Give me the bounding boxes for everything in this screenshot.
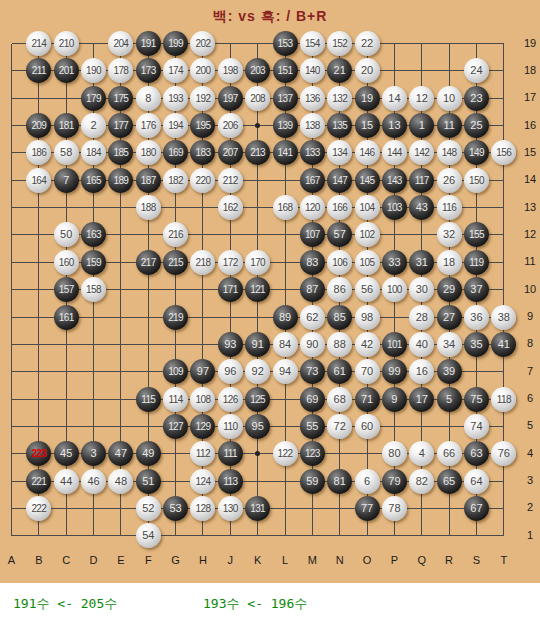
- stone-R9: 27: [437, 305, 462, 330]
- ko-notes-bar: 191수 <- 205수 193수 <- 196수: [0, 592, 540, 616]
- stone-E3: 48: [108, 469, 133, 494]
- stone-D16: 2: [81, 113, 106, 138]
- row-label-4: 4: [521, 447, 539, 459]
- stone-P10: 100: [382, 277, 407, 302]
- col-label-L: L: [277, 554, 293, 566]
- stone-D14: 165: [81, 168, 106, 193]
- stone-Q6: 17: [409, 387, 434, 412]
- stone-M12: 107: [300, 222, 325, 247]
- star-point: [255, 123, 260, 128]
- stone-H19: 202: [190, 31, 215, 56]
- stone-N19: 152: [327, 31, 352, 56]
- stone-R14: 26: [437, 168, 462, 193]
- stone-K15: 213: [245, 140, 270, 165]
- stone-Q3: 82: [409, 469, 434, 494]
- stone-J15: 207: [218, 140, 243, 165]
- stone-B15: 186: [26, 140, 51, 165]
- row-label-2: 2: [521, 501, 539, 513]
- stone-L13: 168: [273, 195, 298, 220]
- stone-S3: 64: [464, 469, 489, 494]
- stone-L7: 94: [273, 359, 298, 384]
- row-label-19: 19: [521, 37, 539, 49]
- col-label-K: K: [250, 554, 266, 566]
- stone-P4: 80: [382, 441, 407, 466]
- stone-J6: 126: [218, 387, 243, 412]
- stone-G6: 114: [163, 387, 188, 412]
- stone-N13: 166: [327, 195, 352, 220]
- stone-C11: 160: [54, 250, 79, 275]
- col-label-T: T: [496, 554, 512, 566]
- stone-J2: 130: [218, 496, 243, 521]
- stone-L18: 151: [273, 58, 298, 83]
- stone-S18: 24: [464, 58, 489, 83]
- row-label-5: 5: [521, 419, 539, 431]
- stone-S8: 35: [464, 332, 489, 357]
- stone-L19: 153: [273, 31, 298, 56]
- stone-G2: 53: [163, 496, 188, 521]
- col-label-Q: Q: [414, 554, 430, 566]
- stone-S6: 75: [464, 387, 489, 412]
- stone-H6: 108: [190, 387, 215, 412]
- stone-H7: 97: [190, 359, 215, 384]
- row-label-3: 3: [521, 474, 539, 486]
- stone-F3: 51: [136, 469, 161, 494]
- stone-S10: 37: [464, 277, 489, 302]
- col-label-M: M: [304, 554, 320, 566]
- stone-E18: 178: [108, 58, 133, 83]
- stone-R3: 65: [437, 469, 462, 494]
- stone-N7: 61: [327, 359, 352, 384]
- stone-H11: 218: [190, 250, 215, 275]
- stone-R6: 5: [437, 387, 462, 412]
- stone-N14: 147: [327, 168, 352, 193]
- col-label-P: P: [386, 554, 402, 566]
- stone-K10: 121: [245, 277, 270, 302]
- col-label-D: D: [86, 554, 102, 566]
- row-label-6: 6: [521, 392, 539, 404]
- stone-G19: 199: [163, 31, 188, 56]
- stone-R13: 116: [437, 195, 462, 220]
- stone-D17: 179: [81, 86, 106, 111]
- stone-M8: 90: [300, 332, 325, 357]
- stone-H4: 112: [190, 441, 215, 466]
- stone-O10: 56: [355, 277, 380, 302]
- stone-N15: 134: [327, 140, 352, 165]
- row-label-7: 7: [521, 365, 539, 377]
- stone-F19: 191: [136, 31, 161, 56]
- stone-J11: 172: [218, 250, 243, 275]
- row-label-10: 10: [521, 283, 539, 295]
- stone-S12: 155: [464, 222, 489, 247]
- stone-N5: 72: [327, 414, 352, 439]
- stone-E16: 177: [108, 113, 133, 138]
- stone-N16: 135: [327, 113, 352, 138]
- stone-R4: 66: [437, 441, 462, 466]
- stone-C3: 44: [54, 469, 79, 494]
- stone-T8: 41: [491, 332, 516, 357]
- stone-M5: 55: [300, 414, 325, 439]
- go-kifu-window: 백: vs 흑: / B+R ABCDEFGHJKLMNOPQRST191817…: [0, 0, 540, 621]
- stone-Q15: 142: [409, 140, 434, 165]
- stone-E14: 189: [108, 168, 133, 193]
- stone-M16: 138: [300, 113, 325, 138]
- stone-L8: 84: [273, 332, 298, 357]
- stone-F6: 115: [136, 387, 161, 412]
- stone-J7: 96: [218, 359, 243, 384]
- stone-K2: 131: [245, 496, 270, 521]
- stone-E4: 47: [108, 441, 133, 466]
- stone-C19: 210: [54, 31, 79, 56]
- stone-N17: 132: [327, 86, 352, 111]
- stone-P6: 9: [382, 387, 407, 412]
- stone-S5: 74: [464, 414, 489, 439]
- stone-D11: 159: [81, 250, 106, 275]
- stone-E17: 175: [108, 86, 133, 111]
- stone-J14: 212: [218, 168, 243, 193]
- stone-H17: 192: [190, 86, 215, 111]
- stone-F14: 187: [136, 168, 161, 193]
- stone-J5: 110: [218, 414, 243, 439]
- stone-R11: 18: [437, 250, 462, 275]
- stone-O6: 71: [355, 387, 380, 412]
- stone-S2: 67: [464, 496, 489, 521]
- stone-N9: 85: [327, 305, 352, 330]
- stone-D18: 190: [81, 58, 106, 83]
- stone-C4: 45: [54, 441, 79, 466]
- stone-Q4: 4: [409, 441, 434, 466]
- stone-E15: 185: [108, 140, 133, 165]
- stone-L4: 122: [273, 441, 298, 466]
- stone-O5: 60: [355, 414, 380, 439]
- stone-L16: 139: [273, 113, 298, 138]
- row-label-11: 11: [521, 255, 539, 267]
- stone-Q17: 12: [409, 86, 434, 111]
- row-label-13: 13: [521, 201, 539, 213]
- stone-H15: 183: [190, 140, 215, 165]
- stone-N6: 68: [327, 387, 352, 412]
- stone-G9: 219: [163, 305, 188, 330]
- stone-T9: 38: [491, 305, 516, 330]
- stone-T6: 118: [491, 387, 516, 412]
- row-label-15: 15: [521, 146, 539, 158]
- stone-C18: 201: [54, 58, 79, 83]
- stone-R12: 32: [437, 222, 462, 247]
- stone-M13: 120: [300, 195, 325, 220]
- stone-P11: 33: [382, 250, 407, 275]
- stone-H3: 124: [190, 469, 215, 494]
- stone-M15: 133: [300, 140, 325, 165]
- stone-P7: 99: [382, 359, 407, 384]
- stone-D12: 163: [81, 222, 106, 247]
- col-label-J: J: [222, 554, 238, 566]
- stone-F15: 180: [136, 140, 161, 165]
- stone-P3: 79: [382, 469, 407, 494]
- stone-G11: 215: [163, 250, 188, 275]
- stone-G7: 109: [163, 359, 188, 384]
- row-label-14: 14: [521, 173, 539, 185]
- stone-C16: 181: [54, 113, 79, 138]
- stone-P13: 103: [382, 195, 407, 220]
- col-label-F: F: [140, 554, 156, 566]
- col-label-C: C: [58, 554, 74, 566]
- star-point: [255, 451, 260, 456]
- grid-line-horizontal: [12, 535, 504, 536]
- stone-N3: 81: [327, 469, 352, 494]
- stone-M7: 73: [300, 359, 325, 384]
- stone-G14: 182: [163, 168, 188, 193]
- stone-R15: 148: [437, 140, 462, 165]
- stone-M3: 59: [300, 469, 325, 494]
- stone-K8: 91: [245, 332, 270, 357]
- stone-P8: 101: [382, 332, 407, 357]
- stone-B14: 164: [26, 168, 51, 193]
- stone-B19: 214: [26, 31, 51, 56]
- stone-G18: 174: [163, 58, 188, 83]
- stone-C10: 157: [54, 277, 79, 302]
- row-label-9: 9: [521, 310, 539, 322]
- stone-F11: 217: [136, 250, 161, 275]
- stone-R17: 10: [437, 86, 462, 111]
- stone-S17: 23: [464, 86, 489, 111]
- stone-O15: 146: [355, 140, 380, 165]
- stone-F4: 49: [136, 441, 161, 466]
- stone-H16: 195: [190, 113, 215, 138]
- stone-F18: 173: [136, 58, 161, 83]
- stone-S4: 63: [464, 441, 489, 466]
- stone-J17: 197: [218, 86, 243, 111]
- stone-S9: 36: [464, 305, 489, 330]
- stone-F2: 52: [136, 496, 161, 521]
- stone-J13: 162: [218, 195, 243, 220]
- row-label-16: 16: [521, 119, 539, 131]
- stone-H18: 200: [190, 58, 215, 83]
- stone-S14: 150: [464, 168, 489, 193]
- stone-F17: 8: [136, 86, 161, 111]
- stone-M17: 136: [300, 86, 325, 111]
- col-label-E: E: [113, 554, 129, 566]
- stone-S11: 119: [464, 250, 489, 275]
- ko-note-2: 193수 <- 196수: [203, 595, 307, 613]
- stone-H5: 129: [190, 414, 215, 439]
- stone-R7: 39: [437, 359, 462, 384]
- stone-P14: 143: [382, 168, 407, 193]
- stone-O2: 77: [355, 496, 380, 521]
- stone-D10: 158: [81, 277, 106, 302]
- stone-E19: 204: [108, 31, 133, 56]
- stone-R8: 34: [437, 332, 462, 357]
- stone-M10: 87: [300, 277, 325, 302]
- stone-J10: 171: [218, 277, 243, 302]
- stone-K17: 208: [245, 86, 270, 111]
- stone-O14: 145: [355, 168, 380, 193]
- stone-P17: 14: [382, 86, 407, 111]
- stone-O11: 105: [355, 250, 380, 275]
- stone-Q10: 30: [409, 277, 434, 302]
- stone-O16: 15: [355, 113, 380, 138]
- stone-B3: 221: [26, 469, 51, 494]
- stone-Q16: 1: [409, 113, 434, 138]
- stone-O13: 104: [355, 195, 380, 220]
- stone-H14: 220: [190, 168, 215, 193]
- stone-G16: 194: [163, 113, 188, 138]
- stone-P16: 13: [382, 113, 407, 138]
- stone-C15: 58: [54, 140, 79, 165]
- row-label-18: 18: [521, 64, 539, 76]
- stone-F16: 176: [136, 113, 161, 138]
- stone-F13: 188: [136, 195, 161, 220]
- stone-K7: 92: [245, 359, 270, 384]
- row-label-8: 8: [521, 337, 539, 349]
- stone-M6: 69: [300, 387, 325, 412]
- row-label-1: 1: [521, 529, 539, 541]
- col-label-R: R: [441, 554, 457, 566]
- stone-Q14: 117: [409, 168, 434, 193]
- stone-Q9: 28: [409, 305, 434, 330]
- stone-F1: 54: [136, 523, 161, 548]
- stone-L9: 89: [273, 305, 298, 330]
- stone-K6: 125: [245, 387, 270, 412]
- stone-O17: 19: [355, 86, 380, 111]
- stone-J16: 206: [218, 113, 243, 138]
- stone-L17: 137: [273, 86, 298, 111]
- stone-J18: 198: [218, 58, 243, 83]
- col-label-A: A: [4, 554, 20, 566]
- col-label-G: G: [168, 554, 184, 566]
- stone-O3: 6: [355, 469, 380, 494]
- game-title: 백: vs 흑: / B+R: [0, 8, 540, 26]
- stone-Q13: 43: [409, 195, 434, 220]
- stone-T15: 156: [491, 140, 516, 165]
- col-label-N: N: [332, 554, 348, 566]
- col-label-O: O: [359, 554, 375, 566]
- stone-O19: 22: [355, 31, 380, 56]
- stone-Q11: 31: [409, 250, 434, 275]
- stone-O9: 98: [355, 305, 380, 330]
- stone-C14: 7: [54, 168, 79, 193]
- stone-B18: 211: [26, 58, 51, 83]
- stone-N8: 88: [327, 332, 352, 357]
- stone-N18: 21: [327, 58, 352, 83]
- stone-M14: 167: [300, 168, 325, 193]
- stone-M19: 154: [300, 31, 325, 56]
- stone-G15: 169: [163, 140, 188, 165]
- stone-G12: 216: [163, 222, 188, 247]
- go-board[interactable]: 백: vs 흑: / B+R ABCDEFGHJKLMNOPQRST191817…: [0, 0, 540, 583]
- stone-Q8: 40: [409, 332, 434, 357]
- stone-J4: 111: [218, 441, 243, 466]
- stone-Q7: 16: [409, 359, 434, 384]
- stone-N10: 86: [327, 277, 352, 302]
- stone-D15: 184: [81, 140, 106, 165]
- stone-S16: 25: [464, 113, 489, 138]
- stone-B16: 209: [26, 113, 51, 138]
- col-label-H: H: [195, 554, 211, 566]
- stone-C9: 161: [54, 305, 79, 330]
- stone-K11: 170: [245, 250, 270, 275]
- col-label-B: B: [31, 554, 47, 566]
- row-label-12: 12: [521, 228, 539, 240]
- stone-R16: 11: [437, 113, 462, 138]
- stone-O12: 102: [355, 222, 380, 247]
- stone-M11: 83: [300, 250, 325, 275]
- stone-D3: 46: [81, 469, 106, 494]
- stone-P2: 78: [382, 496, 407, 521]
- stone-N11: 106: [327, 250, 352, 275]
- stone-J8: 93: [218, 332, 243, 357]
- stone-O18: 20: [355, 58, 380, 83]
- stone-H2: 128: [190, 496, 215, 521]
- stone-M4: 123: [300, 441, 325, 466]
- stone-T4: 76: [491, 441, 516, 466]
- stone-B4: 223: [26, 441, 51, 466]
- stone-N12: 57: [327, 222, 352, 247]
- stone-K18: 203: [245, 58, 270, 83]
- stone-O7: 70: [355, 359, 380, 384]
- stone-L15: 141: [273, 140, 298, 165]
- stone-O8: 42: [355, 332, 380, 357]
- stone-J3: 113: [218, 469, 243, 494]
- stone-R10: 29: [437, 277, 462, 302]
- stone-D4: 3: [81, 441, 106, 466]
- stone-S15: 149: [464, 140, 489, 165]
- row-label-17: 17: [521, 91, 539, 103]
- col-label-S: S: [468, 554, 484, 566]
- stone-M9: 62: [300, 305, 325, 330]
- stone-G17: 193: [163, 86, 188, 111]
- ko-note-1: 191수 <- 205수: [13, 595, 117, 613]
- stone-C12: 50: [54, 222, 79, 247]
- stone-B2: 222: [26, 496, 51, 521]
- stone-K5: 95: [245, 414, 270, 439]
- stone-M18: 140: [300, 58, 325, 83]
- stone-P15: 144: [382, 140, 407, 165]
- stone-G5: 127: [163, 414, 188, 439]
